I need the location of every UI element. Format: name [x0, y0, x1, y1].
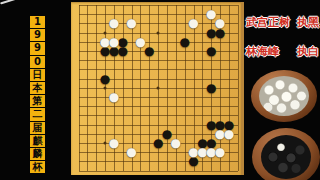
banner-char: 麒 [30, 135, 45, 147]
white-stones-pile [259, 76, 309, 116]
banner-char: 杯 [30, 161, 45, 173]
black-stone-bowl [252, 128, 320, 180]
black-stone: ● [206, 45, 216, 57]
banner-char: 二 [30, 108, 45, 120]
grid-line-h [79, 106, 238, 107]
grid-line-h [79, 171, 238, 172]
white-stone: ● [215, 17, 225, 29]
banner-char: 0 [30, 56, 45, 68]
black-stone: ● [179, 35, 189, 47]
banner-char: 9 [30, 29, 45, 41]
hoshi-point [157, 86, 160, 89]
black-player-name: 武宫正树 [246, 15, 290, 30]
grid-line-v [185, 5, 186, 171]
banner-char: 届 [30, 122, 45, 134]
player-info: 武宫正树 执黑 林海峰 执白 [246, 15, 319, 73]
go-board: ●●●●●●●●●●●●●●●●●●●●●●●●●●●●●●●●●●●●● [71, 2, 244, 175]
white-stone: ● [109, 137, 119, 149]
white-stone-bowl [251, 70, 317, 122]
black-player-line: 武宫正树 执黑 [246, 15, 319, 30]
white-stone: ● [109, 91, 119, 103]
grid-line-h [79, 97, 238, 98]
white-stone: ● [126, 146, 136, 158]
banner-char: 第 [30, 95, 45, 107]
white-stone: ● [109, 35, 119, 47]
black-stones-pile [261, 135, 311, 179]
hoshi-point [157, 31, 160, 34]
banner-char: 9 [30, 42, 45, 54]
grid-line-v [229, 5, 230, 171]
white-stone: ● [135, 35, 145, 47]
white-stone: ● [188, 17, 198, 29]
white-stone: ● [109, 17, 119, 29]
grid-line-h [79, 161, 238, 162]
black-player-color-label: 执黑 [297, 15, 319, 30]
banner-char: 本 [30, 82, 45, 94]
black-stone: ● [100, 72, 110, 84]
grid-line-v [238, 5, 239, 171]
white-player-line: 林海峰 执白 [246, 44, 319, 59]
black-stone: ● [153, 137, 163, 149]
banner-char: 日 [30, 69, 45, 81]
white-stone: ● [215, 146, 225, 158]
banner-char: 1 [30, 16, 45, 28]
event-title-banner: 1990日本第二届麒麟杯 [30, 16, 45, 174]
decorative-streak [0, 0, 17, 4]
hoshi-point [104, 142, 107, 145]
white-stone: ● [171, 137, 181, 149]
grid-line-v [167, 5, 168, 171]
white-player-name: 林海峰 [246, 44, 279, 59]
video-frame: 1990日本第二届麒麟杯 ●●●●●●●●●●●●●●●●●●●●●●●●●●●… [0, 0, 320, 180]
white-stone: ● [224, 127, 234, 139]
black-stone: ● [206, 81, 216, 93]
hoshi-point [104, 86, 107, 89]
white-stone: ● [126, 17, 136, 29]
white-player-color-label: 执白 [297, 44, 319, 59]
banner-char: 麟 [30, 148, 45, 160]
